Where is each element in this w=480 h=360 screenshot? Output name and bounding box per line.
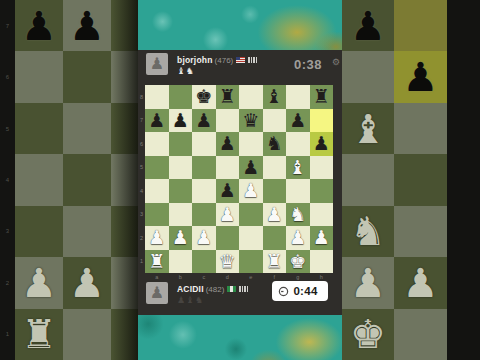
avatar-pawn-icon: ♟ xyxy=(150,56,164,72)
background-right-black-strip xyxy=(447,0,480,360)
square-c2[interactable]: ♟ xyxy=(192,226,216,250)
bg-square-h3 xyxy=(394,206,447,257)
square-d1[interactable]: ♛ xyxy=(216,250,240,274)
square-g8[interactable] xyxy=(286,85,310,109)
background-rank-label-strip: 7654321 xyxy=(0,0,15,360)
settings-gear-icon[interactable]: ⚙ xyxy=(332,58,340,67)
square-h5[interactable] xyxy=(310,156,334,180)
bg-square-a4 xyxy=(15,154,63,205)
bg-square-h7 xyxy=(394,0,447,51)
bg-black-pawn-piece: ♟ xyxy=(403,57,439,97)
bg-white-pawn-piece: ♟ xyxy=(69,263,105,303)
captured-black-pawn-icon: ♟ xyxy=(177,296,185,305)
black-pawn-piece: ♟ xyxy=(219,134,236,153)
bg-square-a5 xyxy=(15,103,63,154)
bg-square-h6: ♟ xyxy=(394,51,447,102)
square-c3[interactable] xyxy=(192,203,216,227)
square-f1[interactable]: ♜ xyxy=(263,250,287,274)
white-rook-piece: ♜ xyxy=(148,252,165,271)
bottom-player-name: ACIDII xyxy=(177,284,204,294)
square-e8[interactable] xyxy=(239,85,263,109)
square-g3[interactable]: ♞ xyxy=(286,203,310,227)
bg-square-b2: ♟ xyxy=(63,257,111,308)
bg-square-h2: ♟ xyxy=(394,257,447,308)
rank-label-6: 6 xyxy=(138,132,145,156)
white-king-piece: ♚ xyxy=(289,252,306,271)
square-d4[interactable]: ♟ xyxy=(216,179,240,203)
bg-square-g5: ♝ xyxy=(342,103,394,154)
rank-label-7: 7 xyxy=(138,109,145,133)
white-pawn-piece: ♟ xyxy=(195,228,212,247)
square-e3[interactable] xyxy=(239,203,263,227)
square-d5[interactable] xyxy=(216,156,240,180)
white-pawn-piece: ♟ xyxy=(172,228,189,247)
background-left-shadow xyxy=(112,0,140,360)
square-g7[interactable]: ♟ xyxy=(286,109,310,133)
black-pawn-piece: ♟ xyxy=(313,134,330,153)
bg-rank-label-7: 7 xyxy=(0,0,15,51)
bg-square-g7: ♟ xyxy=(342,0,394,51)
bg-square-h5 xyxy=(394,103,447,154)
file-label-b: b xyxy=(169,274,193,280)
clock-icon xyxy=(278,286,289,297)
top-player-signal-bars-icon xyxy=(248,57,257,63)
black-knight-piece: ♞ xyxy=(266,134,283,153)
square-h8[interactable]: ♜ xyxy=(310,85,334,109)
black-pawn-piece: ♟ xyxy=(172,111,189,130)
square-c1[interactable] xyxy=(192,250,216,274)
background-board-right-grid: ♟♟♝♞♟♟♚ xyxy=(342,0,447,360)
square-a4[interactable] xyxy=(145,179,169,203)
white-knight-piece: ♞ xyxy=(289,205,306,224)
bg-white-knight-piece: ♞ xyxy=(350,211,386,251)
bg-black-pawn-piece: ♟ xyxy=(21,6,57,46)
bg-white-rook-piece: ♜ xyxy=(21,314,57,354)
square-f7[interactable] xyxy=(263,109,287,133)
bg-rank-label-3: 3 xyxy=(0,206,15,257)
bg-square-g2: ♟ xyxy=(342,257,394,308)
square-c7[interactable]: ♟ xyxy=(192,109,216,133)
bottom-player-flag-icon xyxy=(227,286,236,292)
bottom-clock: 0:44 xyxy=(272,281,328,301)
rank-label-5: 5 xyxy=(138,156,145,180)
square-d8[interactable]: ♜ xyxy=(216,85,240,109)
bg-white-king-piece: ♚ xyxy=(350,314,386,354)
top-player-rating: (476) xyxy=(215,56,234,65)
bottom-player-name-row: ACIDII (482) xyxy=(177,284,248,294)
bg-black-pawn-piece: ♟ xyxy=(69,6,105,46)
bg-white-bishop-piece: ♝ xyxy=(350,109,386,149)
square-d6[interactable]: ♟ xyxy=(216,132,240,156)
bg-rank-label-1: 1 xyxy=(0,309,15,360)
square-a2[interactable]: ♟ xyxy=(145,226,169,250)
bg-square-b6 xyxy=(63,51,111,102)
square-e4[interactable]: ♟ xyxy=(239,179,263,203)
top-player-name-row: bjorjohn (476) xyxy=(177,55,257,65)
captured-black-bishop-icon: ♝ xyxy=(186,296,194,305)
bottom-player-avatar[interactable]: ♟ xyxy=(146,282,168,304)
square-f4[interactable] xyxy=(263,179,287,203)
white-rook-piece: ♜ xyxy=(266,252,283,271)
square-a1[interactable]: ♜ xyxy=(145,250,169,274)
top-player-avatar[interactable]: ♟ xyxy=(146,53,168,75)
square-h6[interactable]: ♟ xyxy=(310,132,334,156)
black-pawn-piece: ♟ xyxy=(148,111,165,130)
black-pawn-piece: ♟ xyxy=(195,111,212,130)
bg-square-a3 xyxy=(15,206,63,257)
square-g4[interactable] xyxy=(286,179,310,203)
bg-white-pawn-piece: ♟ xyxy=(350,263,386,303)
square-h2[interactable]: ♟ xyxy=(310,226,334,250)
square-b2[interactable]: ♟ xyxy=(169,226,193,250)
square-b1[interactable] xyxy=(169,250,193,274)
square-d3[interactable]: ♟ xyxy=(216,203,240,227)
white-bishop-piece: ♝ xyxy=(289,158,306,177)
captured-white-knight-icon: ♞ xyxy=(186,67,194,76)
top-player-name: bjorjohn xyxy=(177,55,213,65)
bg-square-g3: ♞ xyxy=(342,206,394,257)
square-f8[interactable]: ♝ xyxy=(263,85,287,109)
black-pawn-piece: ♟ xyxy=(219,181,236,200)
bg-square-h1 xyxy=(394,309,447,360)
bottom-player-rating: (482) xyxy=(206,285,225,294)
bg-square-a7: ♟ xyxy=(15,0,63,51)
captured-black-knight-icon: ♞ xyxy=(195,296,203,305)
white-pawn-piece: ♟ xyxy=(242,181,259,200)
white-pawn-piece: ♟ xyxy=(289,228,306,247)
square-e6[interactable] xyxy=(239,132,263,156)
bg-rank-label-6: 6 xyxy=(0,51,15,102)
bg-square-a6 xyxy=(15,51,63,102)
square-e5[interactable]: ♟ xyxy=(239,156,263,180)
rank-label-3: 3 xyxy=(138,203,145,227)
bg-rank-label-5: 5 xyxy=(0,103,15,154)
white-pawn-piece: ♟ xyxy=(148,228,165,247)
square-h1[interactable] xyxy=(310,250,334,274)
bg-square-b3 xyxy=(63,206,111,257)
background-board-left: 7654321 ♟♟♟♟♜ xyxy=(0,0,140,360)
square-g1[interactable]: ♚ xyxy=(286,250,310,274)
square-b4[interactable] xyxy=(169,179,193,203)
square-e7[interactable]: ♛ xyxy=(239,109,263,133)
square-d2[interactable] xyxy=(216,226,240,250)
bg-white-pawn-piece: ♟ xyxy=(21,263,57,303)
file-label-a: a xyxy=(145,274,169,280)
square-b6[interactable] xyxy=(169,132,193,156)
square-a3[interactable] xyxy=(145,203,169,227)
square-f2[interactable] xyxy=(263,226,287,250)
square-f6[interactable]: ♞ xyxy=(263,132,287,156)
square-a6[interactable] xyxy=(145,132,169,156)
square-g6[interactable] xyxy=(286,132,310,156)
bg-square-g4 xyxy=(342,154,394,205)
square-e1[interactable] xyxy=(239,250,263,274)
bg-square-a2: ♟ xyxy=(15,257,63,308)
phone-screen: ♟ bjorjohn (476) ♝♞ 0:38 ⚙ 87654321 ♚♜♝♜… xyxy=(138,0,342,360)
bottom-clock-time: 0:44 xyxy=(289,285,322,297)
file-label-d: d xyxy=(216,274,240,280)
bg-black-pawn-piece: ♟ xyxy=(350,6,386,46)
rank-label-2: 2 xyxy=(138,226,145,250)
captured-white-bishop-icon: ♝ xyxy=(177,67,185,76)
rank-label-1: 1 xyxy=(138,250,145,274)
square-g2[interactable]: ♟ xyxy=(286,226,310,250)
rank-label-4: 4 xyxy=(138,179,145,203)
top-player-captured-pieces: ♝♞ xyxy=(177,67,194,76)
white-pawn-piece: ♟ xyxy=(266,205,283,224)
black-rook-piece: ♜ xyxy=(219,87,236,106)
file-label-g: g xyxy=(286,274,310,280)
bg-square-b5 xyxy=(63,103,111,154)
square-c8[interactable]: ♚ xyxy=(192,85,216,109)
file-labels: abcdefgh xyxy=(145,274,333,280)
bg-square-g1: ♚ xyxy=(342,309,394,360)
square-c5[interactable] xyxy=(192,156,216,180)
square-h7[interactable] xyxy=(310,109,334,133)
top-clock: 0:38 xyxy=(294,57,322,72)
square-h3[interactable] xyxy=(310,203,334,227)
rank-label-8: 8 xyxy=(138,85,145,109)
background-board-right: ♟♟♝♞♟♟♚ xyxy=(342,0,480,360)
avatar-pawn-icon: ♟ xyxy=(150,285,164,301)
bg-rank-label-2: 2 xyxy=(0,257,15,308)
white-pawn-piece: ♟ xyxy=(313,228,330,247)
white-queen-piece: ♛ xyxy=(219,252,236,271)
chess-board[interactable]: ♚♜♝♜♟♟♟♛♟♟♞♟♟♝♟♟♟♟♞♟♟♟♟♟♜♛♜♚ xyxy=(145,85,333,273)
file-label-e: e xyxy=(239,274,263,280)
bg-square-a1: ♜ xyxy=(15,309,63,360)
square-h4[interactable] xyxy=(310,179,334,203)
bg-square-b7: ♟ xyxy=(63,0,111,51)
black-king-piece: ♚ xyxy=(195,87,212,106)
square-e2[interactable] xyxy=(239,226,263,250)
square-a7[interactable]: ♟ xyxy=(145,109,169,133)
bottom-player-captured-pieces: ♟♝♞ xyxy=(177,296,203,305)
square-a8[interactable] xyxy=(145,85,169,109)
square-b3[interactable] xyxy=(169,203,193,227)
square-a5[interactable] xyxy=(145,156,169,180)
bg-square-h4 xyxy=(394,154,447,205)
file-label-f: f xyxy=(263,274,287,280)
square-d7[interactable] xyxy=(216,109,240,133)
black-queen-piece: ♛ xyxy=(242,111,259,130)
black-pawn-piece: ♟ xyxy=(289,111,306,130)
square-b8[interactable] xyxy=(169,85,193,109)
bg-square-b4 xyxy=(63,154,111,205)
white-pawn-piece: ♟ xyxy=(219,205,236,224)
screenshot-root: 7654321 ♟♟♟♟♜ ♟♟♝♞♟♟♚ ♟ bjorjohn (476) ♝… xyxy=(0,0,480,360)
bg-square-b1 xyxy=(63,309,111,360)
square-c4[interactable] xyxy=(192,179,216,203)
chess-app-panel: ♟ bjorjohn (476) ♝♞ 0:38 ⚙ 87654321 ♚♜♝♜… xyxy=(138,50,342,315)
bg-white-pawn-piece: ♟ xyxy=(403,263,439,303)
square-f3[interactable]: ♟ xyxy=(263,203,287,227)
square-b5[interactable] xyxy=(169,156,193,180)
square-b7[interactable]: ♟ xyxy=(169,109,193,133)
black-rook-piece: ♜ xyxy=(313,87,330,106)
square-g5[interactable]: ♝ xyxy=(286,156,310,180)
bottom-player-signal-bars-icon xyxy=(239,286,248,292)
file-label-c: c xyxy=(192,274,216,280)
black-pawn-piece: ♟ xyxy=(242,158,259,177)
bg-square-g6 xyxy=(342,51,394,102)
square-f5[interactable] xyxy=(263,156,287,180)
file-label-h: h xyxy=(310,274,334,280)
bg-rank-label-4: 4 xyxy=(0,154,15,205)
rank-labels: 87654321 xyxy=(138,85,145,273)
top-player-flag-icon xyxy=(236,57,245,63)
square-c6[interactable] xyxy=(192,132,216,156)
black-bishop-piece: ♝ xyxy=(266,87,283,106)
